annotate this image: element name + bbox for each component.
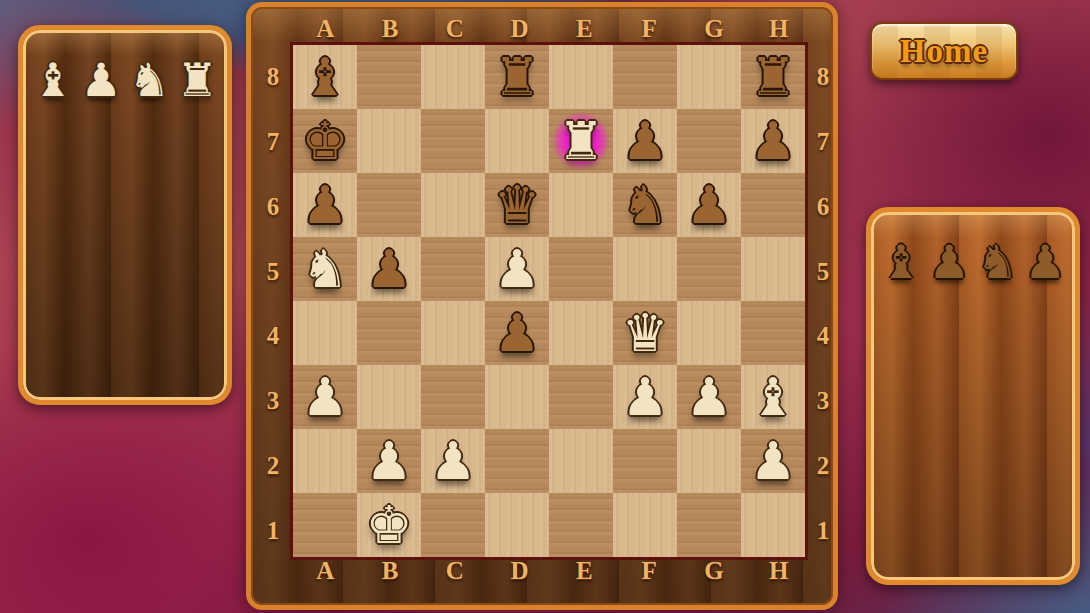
- rank-label-4: 4: [807, 304, 839, 369]
- square-g6[interactable]: ♟: [677, 173, 741, 237]
- square-c3[interactable]: [421, 365, 485, 429]
- rank-label-1: 1: [807, 498, 839, 563]
- captured-white-pawn: ♟: [80, 57, 121, 103]
- captured-black-tray: ♝♟♞♟: [866, 207, 1080, 585]
- square-h1[interactable]: [741, 493, 805, 557]
- square-e2[interactable]: [549, 429, 613, 493]
- square-h7[interactable]: ♟: [741, 109, 805, 173]
- rank-label-4: 4: [257, 304, 289, 369]
- file-label-c: C: [423, 14, 488, 44]
- square-a4[interactable]: [293, 301, 357, 365]
- square-g4[interactable]: [677, 301, 741, 365]
- square-h5[interactable]: [741, 237, 805, 301]
- captured-black-pawn: ♟: [1024, 239, 1065, 285]
- white-pawn-piece: ♟: [613, 365, 677, 429]
- black-pawn-piece: ♟: [293, 173, 357, 237]
- captured-white-pieces: ♝♟♞♜: [29, 48, 221, 112]
- rank-label-7: 7: [807, 110, 839, 175]
- square-e5[interactable]: [549, 237, 613, 301]
- chess-board[interactable]: ♝♜♜♚♜♟♟♟♛♞♟♞♟♟♟♛♟♟♟♝♟♟♟♚: [290, 42, 808, 560]
- black-pawn-piece: ♟: [613, 109, 677, 173]
- square-b5[interactable]: ♟: [357, 237, 421, 301]
- black-pawn-piece: ♟: [357, 237, 421, 301]
- captured-white-rook: ♜: [176, 57, 217, 103]
- square-a2[interactable]: [293, 429, 357, 493]
- square-c8[interactable]: [421, 45, 485, 109]
- square-b4[interactable]: [357, 301, 421, 365]
- square-d3[interactable]: [485, 365, 549, 429]
- captured-white-tray: ♝♟♞♜: [18, 25, 232, 405]
- rank-label-5: 5: [257, 239, 289, 304]
- file-label-e: E: [552, 556, 617, 586]
- rank-label-8: 8: [257, 45, 289, 110]
- rank-labels-right: 87654321: [807, 45, 839, 563]
- file-label-f: F: [617, 14, 682, 44]
- black-rook-piece: ♜: [485, 45, 549, 109]
- white-knight-piece: ♞: [293, 237, 357, 301]
- rank-label-7: 7: [257, 110, 289, 175]
- black-knight-piece: ♞: [613, 173, 677, 237]
- square-g8[interactable]: [677, 45, 741, 109]
- captured-black-knight: ♞: [976, 239, 1017, 285]
- square-e8[interactable]: [549, 45, 613, 109]
- rank-label-5: 5: [807, 239, 839, 304]
- square-b6[interactable]: [357, 173, 421, 237]
- file-label-d: D: [487, 14, 552, 44]
- file-labels-bottom: ABCDEFGH: [293, 556, 811, 586]
- black-rook-piece: ♜: [741, 45, 805, 109]
- square-d4[interactable]: ♟: [485, 301, 549, 365]
- square-c1[interactable]: [421, 493, 485, 557]
- file-label-f: F: [617, 556, 682, 586]
- square-f6[interactable]: ♞: [613, 173, 677, 237]
- square-b3[interactable]: [357, 365, 421, 429]
- file-labels-top: ABCDEFGH: [293, 14, 811, 44]
- captured-black-pawn: ♟: [928, 239, 969, 285]
- square-g3[interactable]: ♟: [677, 365, 741, 429]
- square-g7[interactable]: [677, 109, 741, 173]
- rank-label-8: 8: [807, 45, 839, 110]
- rank-label-6: 6: [257, 175, 289, 240]
- square-h4[interactable]: [741, 301, 805, 365]
- square-b8[interactable]: [357, 45, 421, 109]
- white-king-piece: ♚: [357, 493, 421, 557]
- square-d5[interactable]: ♟: [485, 237, 549, 301]
- white-pawn-piece: ♟: [677, 365, 741, 429]
- square-f1[interactable]: [613, 493, 677, 557]
- square-h6[interactable]: [741, 173, 805, 237]
- captured-white-bishop: ♝: [32, 57, 73, 103]
- white-pawn-piece: ♟: [421, 429, 485, 493]
- file-label-g: G: [682, 556, 747, 586]
- square-f2[interactable]: [613, 429, 677, 493]
- file-label-b: B: [358, 14, 423, 44]
- rank-label-1: 1: [257, 498, 289, 563]
- square-b1[interactable]: ♚: [357, 493, 421, 557]
- square-a5[interactable]: ♞: [293, 237, 357, 301]
- board-frame: ABCDEFGH 87654321 87654321 ABCDEFGH ♝♜♜♚…: [246, 2, 838, 610]
- square-f5[interactable]: [613, 237, 677, 301]
- square-d2[interactable]: [485, 429, 549, 493]
- square-e1[interactable]: [549, 493, 613, 557]
- captured-black-pieces: ♝♟♞♟: [877, 230, 1069, 294]
- home-button[interactable]: Home: [870, 22, 1018, 80]
- white-rook-piece: ♜: [549, 109, 613, 173]
- square-f3[interactable]: ♟: [613, 365, 677, 429]
- square-c4[interactable]: [421, 301, 485, 365]
- file-label-a: A: [293, 14, 358, 44]
- square-c2[interactable]: ♟: [421, 429, 485, 493]
- black-bishop-piece: ♝: [293, 45, 357, 109]
- black-pawn-piece: ♟: [741, 109, 805, 173]
- square-d7[interactable]: [485, 109, 549, 173]
- rank-label-3: 3: [807, 369, 839, 434]
- square-a3[interactable]: ♟: [293, 365, 357, 429]
- square-g2[interactable]: [677, 429, 741, 493]
- square-g1[interactable]: [677, 493, 741, 557]
- square-g5[interactable]: [677, 237, 741, 301]
- square-f4[interactable]: ♛: [613, 301, 677, 365]
- rank-labels-left: 87654321: [257, 45, 289, 563]
- square-e3[interactable]: [549, 365, 613, 429]
- white-pawn-piece: ♟: [485, 237, 549, 301]
- square-f7[interactable]: ♟: [613, 109, 677, 173]
- square-h8[interactable]: ♜: [741, 45, 805, 109]
- square-e4[interactable]: [549, 301, 613, 365]
- rank-label-2: 2: [257, 434, 289, 499]
- square-a8[interactable]: ♝: [293, 45, 357, 109]
- square-c6[interactable]: [421, 173, 485, 237]
- black-pawn-piece: ♟: [485, 301, 549, 365]
- file-label-d: D: [487, 556, 552, 586]
- square-b7[interactable]: [357, 109, 421, 173]
- file-label-c: C: [423, 556, 488, 586]
- square-a1[interactable]: [293, 493, 357, 557]
- file-label-e: E: [552, 14, 617, 44]
- square-d6[interactable]: ♛: [485, 173, 549, 237]
- file-label-b: B: [358, 556, 423, 586]
- rank-label-6: 6: [807, 175, 839, 240]
- black-king-piece: ♚: [293, 109, 357, 173]
- square-b2[interactable]: ♟: [357, 429, 421, 493]
- square-h3[interactable]: ♝: [741, 365, 805, 429]
- square-d8[interactable]: ♜: [485, 45, 549, 109]
- black-pawn-piece: ♟: [677, 173, 741, 237]
- square-c7[interactable]: [421, 109, 485, 173]
- square-e7[interactable]: ♜: [549, 109, 613, 173]
- square-d1[interactable]: [485, 493, 549, 557]
- rank-label-3: 3: [257, 369, 289, 434]
- captured-black-bishop: ♝: [880, 239, 921, 285]
- white-queen-piece: ♛: [613, 301, 677, 365]
- file-label-g: G: [682, 14, 747, 44]
- file-label-a: A: [293, 556, 358, 586]
- white-pawn-piece: ♟: [741, 429, 805, 493]
- rank-label-2: 2: [807, 434, 839, 499]
- square-e6[interactable]: [549, 173, 613, 237]
- square-h2[interactable]: ♟: [741, 429, 805, 493]
- white-pawn-piece: ♟: [293, 365, 357, 429]
- captured-white-knight: ♞: [128, 57, 169, 103]
- square-c5[interactable]: [421, 237, 485, 301]
- square-f8[interactable]: [613, 45, 677, 109]
- file-label-h: H: [746, 14, 811, 44]
- white-pawn-piece: ♟: [357, 429, 421, 493]
- square-a7[interactable]: ♚: [293, 109, 357, 173]
- square-a6[interactable]: ♟: [293, 173, 357, 237]
- black-queen-piece: ♛: [485, 173, 549, 237]
- file-label-h: H: [746, 556, 811, 586]
- white-bishop-piece: ♝: [741, 365, 805, 429]
